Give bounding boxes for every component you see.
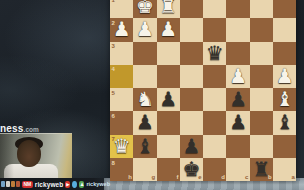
white-rook-f1[interactable]: ♜ <box>157 0 180 18</box>
square-g3[interactable] <box>133 42 156 65</box>
square-c1[interactable] <box>226 0 249 18</box>
uploader-watermark <box>1 181 20 187</box>
square-c6[interactable]: ♟ <box>226 111 249 134</box>
black-rook-b8[interactable]: ♜ <box>250 158 273 181</box>
chess-board: 1♚♜2♟♟♟3♛4♟♟5♞♟♟♝6♟♟♝7♛♝♟8hgfe♚dcb♜a <box>110 0 296 181</box>
file-label-d: d <box>221 174 225 180</box>
white-pawn-h2[interactable]: ♟ <box>110 18 133 41</box>
square-e4[interactable] <box>180 65 203 88</box>
square-a3[interactable] <box>273 42 296 65</box>
black-pawn-e7[interactable]: ♟ <box>180 135 203 158</box>
white-pawn-g2[interactable]: ♟ <box>133 18 156 41</box>
square-c4[interactable]: ♟ <box>226 65 249 88</box>
square-h4[interactable]: 4 <box>110 65 133 88</box>
square-c3[interactable] <box>226 42 249 65</box>
square-e3[interactable] <box>180 42 203 65</box>
white-bishop-a5[interactable]: ♝ <box>273 88 296 111</box>
rank-label-3: 3 <box>112 43 115 49</box>
webcam-view <box>0 133 72 179</box>
square-f8[interactable]: f <box>157 158 180 181</box>
black-pawn-f5[interactable]: ♟ <box>157 88 180 111</box>
square-e5[interactable] <box>180 88 203 111</box>
square-e2[interactable] <box>180 18 203 41</box>
white-queen-h7[interactable]: ♛ <box>110 135 133 158</box>
square-b1[interactable] <box>250 0 273 18</box>
square-f2[interactable]: ♟ <box>157 18 180 41</box>
square-f3[interactable] <box>157 42 180 65</box>
rank-label-8: 8 <box>112 160 115 166</box>
square-a8[interactable]: a <box>273 158 296 181</box>
square-b7[interactable] <box>250 135 273 158</box>
square-h7[interactable]: 7♛ <box>110 135 133 158</box>
title-badge: NM <box>22 181 33 188</box>
rank-label-4: 4 <box>112 66 115 72</box>
square-e6[interactable] <box>180 111 203 134</box>
black-bishop-g7[interactable]: ♝ <box>133 135 156 158</box>
file-label-a: a <box>292 174 295 180</box>
square-g5[interactable]: ♞ <box>133 88 156 111</box>
square-h2[interactable]: 2♟ <box>110 18 133 41</box>
square-h3[interactable]: 3 <box>110 42 133 65</box>
square-h8[interactable]: 8h <box>110 158 133 181</box>
streamer-name: rickyweb <box>35 181 64 188</box>
stream-info-bar: NM rickyweb ▶ ♟ rickyweb <box>0 178 110 190</box>
square-g4[interactable] <box>133 65 156 88</box>
webcam-shadow <box>0 134 14 179</box>
square-d8[interactable]: d <box>203 158 226 181</box>
square-b2[interactable] <box>250 18 273 41</box>
chesscom-icon: ♟ <box>79 181 84 188</box>
white-pawn-a4[interactable]: ♟ <box>273 65 296 88</box>
square-e1[interactable] <box>180 0 203 18</box>
black-queen-d3[interactable]: ♛ <box>203 42 226 65</box>
black-bishop-a6[interactable]: ♝ <box>273 111 296 134</box>
square-g2[interactable]: ♟ <box>133 18 156 41</box>
twitter-icon <box>72 181 77 188</box>
square-d5[interactable] <box>203 88 226 111</box>
square-a4[interactable]: ♟ <box>273 65 296 88</box>
file-label-g: g <box>151 174 155 180</box>
square-b5[interactable] <box>250 88 273 111</box>
square-d6[interactable] <box>203 111 226 134</box>
file-label-c: c <box>245 174 248 180</box>
logo-suffix: .com <box>24 126 39 133</box>
white-pawn-c4[interactable]: ♟ <box>226 65 249 88</box>
square-g1[interactable]: ♚ <box>133 0 156 18</box>
square-f7[interactable] <box>157 135 180 158</box>
stream-screenshot: 1♚♜2♟♟♟3♛4♟♟5♞♟♟♝6♟♟♝7♛♝♟8hgfe♚dcb♜a nes… <box>0 0 304 190</box>
square-f6[interactable] <box>157 111 180 134</box>
square-f1[interactable]: ♜ <box>157 0 180 18</box>
square-d4[interactable] <box>203 65 226 88</box>
square-e8[interactable]: e♚ <box>180 158 203 181</box>
black-pawn-g6[interactable]: ♟ <box>133 111 156 134</box>
square-h6[interactable]: 6 <box>110 111 133 134</box>
black-king-e8[interactable]: ♚ <box>180 158 203 181</box>
square-c7[interactable] <box>226 135 249 158</box>
social-handle: rickyweb <box>86 181 110 187</box>
streamer-face <box>17 140 41 167</box>
square-a1[interactable] <box>273 0 296 18</box>
square-b3[interactable] <box>250 42 273 65</box>
square-d7[interactable] <box>203 135 226 158</box>
square-a2[interactable] <box>273 18 296 41</box>
square-c8[interactable]: c <box>226 158 249 181</box>
square-b4[interactable] <box>250 65 273 88</box>
black-pawn-c5[interactable]: ♟ <box>226 88 249 111</box>
square-d1[interactable] <box>203 0 226 18</box>
rank-label-1: 1 <box>112 0 115 3</box>
square-c2[interactable] <box>226 18 249 41</box>
rank-label-6: 6 <box>112 113 115 119</box>
square-a7[interactable] <box>273 135 296 158</box>
square-g7[interactable]: ♝ <box>133 135 156 158</box>
white-king-g1[interactable]: ♚ <box>133 0 156 18</box>
square-b8[interactable]: b♜ <box>250 158 273 181</box>
rank-label-5: 5 <box>112 90 115 96</box>
file-label-f: f <box>176 174 178 180</box>
square-g6[interactable]: ♟ <box>133 111 156 134</box>
square-h5[interactable]: 5 <box>110 88 133 111</box>
square-a5[interactable]: ♝ <box>273 88 296 111</box>
white-pawn-f2[interactable]: ♟ <box>157 18 180 41</box>
square-f4[interactable] <box>157 65 180 88</box>
white-knight-g5[interactable]: ♞ <box>133 88 156 111</box>
square-e7[interactable]: ♟ <box>180 135 203 158</box>
square-h1[interactable]: 1 <box>110 0 133 18</box>
black-pawn-c6[interactable]: ♟ <box>226 111 249 134</box>
square-f5[interactable]: ♟ <box>157 88 180 111</box>
square-c5[interactable]: ♟ <box>226 88 249 111</box>
square-d2[interactable] <box>203 18 226 41</box>
youtube-icon: ▶ <box>65 181 70 188</box>
file-label-h: h <box>128 174 132 180</box>
square-d3[interactable]: ♛ <box>203 42 226 65</box>
square-b6[interactable] <box>250 111 273 134</box>
square-g8[interactable]: g <box>133 158 156 181</box>
square-a6[interactable]: ♝ <box>273 111 296 134</box>
